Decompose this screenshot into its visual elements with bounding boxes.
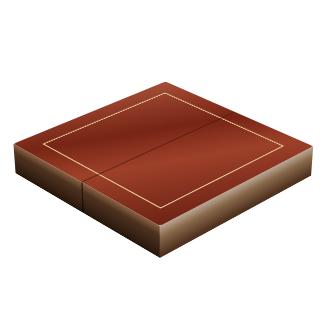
box-side-seam: [81, 182, 84, 214]
perspective-wrapper: [0, 0, 328, 328]
chess-board: [13, 81, 313, 226]
chess-set-photo: [0, 0, 328, 328]
board-frame: [13, 81, 313, 226]
